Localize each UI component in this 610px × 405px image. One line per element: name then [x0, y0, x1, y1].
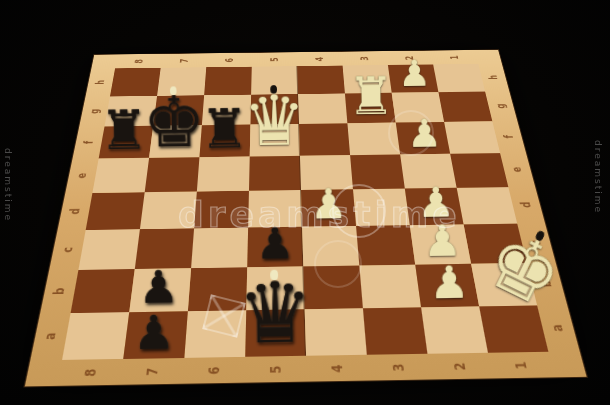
coordinate-label: 2	[451, 362, 469, 370]
white-pawn-f2: ♟	[407, 115, 442, 152]
piece-glyph: ♟	[255, 223, 294, 264]
rank-label-top-7: 7	[161, 53, 208, 67]
board-corner	[91, 54, 117, 68]
square-b3	[359, 265, 421, 309]
square-f5: ♛	[250, 124, 300, 157]
coordinate-label: h	[487, 75, 501, 80]
rank-label-bottom-8: 8	[57, 359, 123, 386]
square-b1: ♚	[471, 263, 537, 307]
rank-label-top-3: 3	[341, 51, 387, 65]
coordinate-label: 1	[512, 361, 530, 369]
coordinate-label: f	[502, 135, 516, 138]
white-queen-f5: ♛	[242, 87, 305, 154]
coordinate-label: b	[51, 288, 68, 295]
square-e8	[92, 158, 149, 193]
piece-glyph: ♟	[310, 184, 348, 224]
black-rook-f8: ♜	[99, 104, 148, 156]
board-corner	[25, 360, 62, 386]
rank-label-bottom-1: 1	[488, 352, 555, 379]
piece-glyph: ♟	[429, 261, 470, 304]
white-rook-g3: ♜	[347, 71, 394, 121]
square-e1	[450, 153, 508, 188]
piece-glyph: ♜	[99, 104, 148, 156]
rank-label-bottom-2: 2	[427, 353, 492, 380]
piece-finial	[270, 269, 278, 280]
square-g1	[438, 92, 492, 122]
coordinate-label: 7	[178, 58, 191, 62]
photo-scene: 87654321h♟hg♜gf♜♚♜♛♟feed♟♟dc♟♟cb♟♟♚ba♟♛a…	[0, 0, 610, 405]
rank-label-bottom-7: 7	[120, 358, 184, 385]
square-a8	[62, 312, 129, 360]
coordinate-label: d	[67, 208, 83, 214]
coordinate-label: a	[42, 332, 60, 340]
rank-label-top-8: 8	[115, 54, 162, 68]
square-d6	[194, 191, 249, 229]
square-a2	[421, 307, 488, 354]
piece-glyph: ♟	[407, 115, 442, 152]
square-f2: ♟	[396, 122, 450, 154]
coordinate-label: 8	[133, 59, 146, 63]
square-e5	[249, 156, 301, 191]
rank-label-bottom-6: 6	[182, 357, 245, 384]
piece-glyph: ♜	[200, 103, 249, 155]
black-king-f7: ♚	[142, 89, 205, 156]
coordinate-label: 6	[206, 366, 223, 374]
piece-finial	[270, 85, 277, 94]
coordinate-label: 5	[268, 57, 280, 61]
square-h1	[433, 64, 485, 92]
coordinate-label: 7	[144, 367, 161, 375]
chess-board: 87654321h♟hg♜gf♜♚♜♛♟feed♟♟dc♟♟cb♟♟♚ba♟♛a…	[23, 49, 588, 387]
rank-label-top-4: 4	[297, 52, 343, 66]
square-d4: ♟	[301, 189, 356, 227]
square-a7: ♟	[123, 311, 188, 359]
piece-glyph: ♟	[398, 56, 431, 91]
piece-glyph: ♛	[236, 272, 312, 353]
square-a5: ♛	[245, 309, 306, 357]
piece-glyph: ♟	[133, 310, 176, 355]
coordinate-label: 1	[448, 55, 461, 59]
white-pawn-d4: ♟	[310, 184, 348, 224]
square-c5: ♟	[247, 227, 303, 268]
square-c6	[191, 228, 248, 269]
square-e7	[145, 157, 200, 192]
square-d8	[86, 192, 145, 230]
file-label-left-b: b	[40, 270, 78, 314]
board-corner	[548, 351, 586, 377]
coordinate-label: d	[519, 202, 535, 208]
square-c8	[78, 229, 139, 270]
white-pawn-c2: ♟	[423, 220, 462, 261]
piece-finial	[170, 86, 177, 95]
square-c3	[356, 225, 415, 265]
coordinate-label: 4	[329, 364, 346, 372]
coordinate-label: h	[94, 80, 107, 85]
piece-glyph: ♚	[142, 89, 205, 156]
rank-label-bottom-3: 3	[367, 354, 431, 381]
black-pawn-a7: ♟	[133, 310, 176, 355]
piece-glyph: ♟	[138, 265, 179, 308]
coordinate-label: e	[510, 167, 525, 173]
board-corner	[475, 50, 502, 64]
rank-label-bottom-4: 4	[306, 355, 369, 382]
rank-label-top-1: 1	[431, 50, 479, 64]
watermark-side-text-right: dreamstime	[593, 140, 603, 214]
coordinate-label: 5	[267, 365, 284, 373]
black-rook-f6: ♜	[200, 103, 249, 155]
square-f4	[299, 123, 350, 156]
rank-label-top-6: 6	[206, 53, 252, 67]
coordinate-label: c	[60, 247, 76, 253]
square-a3	[363, 307, 428, 354]
coordinate-label: 3	[390, 363, 407, 371]
coordinate-label: f	[82, 141, 96, 144]
square-b2: ♟	[415, 264, 479, 308]
black-queen-a5: ♛	[236, 272, 312, 353]
rank-label-top-5: 5	[252, 52, 297, 66]
square-d7	[140, 191, 197, 229]
piece-glyph: ♟	[423, 220, 462, 261]
square-d3	[353, 189, 410, 226]
piece-glyph: ♜	[347, 71, 394, 121]
watermark-side-text-left: dreamstime	[3, 148, 13, 222]
white-pawn-b2: ♟	[429, 261, 470, 304]
black-pawn-b7: ♟	[138, 265, 179, 308]
coordinate-label: 4	[313, 57, 325, 61]
piece-glyph: ♛	[242, 87, 305, 154]
square-f1	[444, 121, 500, 153]
square-b8	[71, 269, 135, 313]
square-a4	[305, 308, 367, 355]
square-e6	[197, 156, 250, 191]
coordinate-label: 8	[82, 368, 100, 376]
square-h2: ♟	[388, 64, 439, 92]
square-c4	[302, 226, 359, 266]
coordinate-label: 3	[358, 56, 371, 60]
black-pawn-c5: ♟	[255, 223, 294, 264]
white-pawn-h2: ♟	[398, 56, 431, 91]
coordinate-label: a	[549, 324, 567, 331]
square-f3	[347, 123, 400, 156]
square-g4	[298, 93, 347, 123]
square-f7: ♚	[149, 125, 202, 158]
coordinate-label: 6	[223, 58, 235, 62]
square-e3	[350, 154, 405, 189]
coordinate-label: g	[494, 104, 508, 109]
coordinate-label: e	[75, 173, 90, 179]
rank-label-bottom-5: 5	[245, 356, 307, 383]
square-g3: ♜	[345, 93, 396, 123]
